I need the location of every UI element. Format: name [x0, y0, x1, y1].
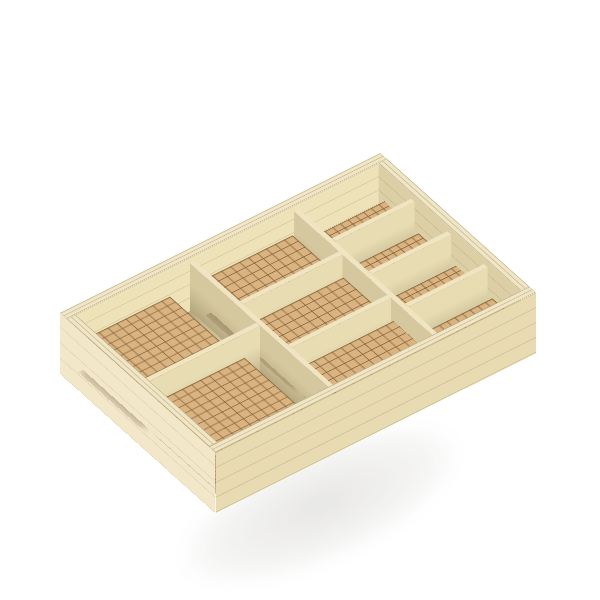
product-photo-scene — [0, 0, 600, 600]
